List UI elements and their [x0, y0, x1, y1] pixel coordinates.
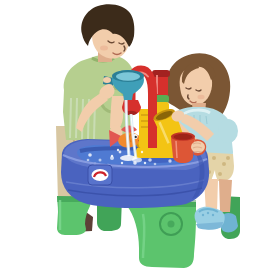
table-leg-right-highlight [143, 214, 144, 258]
table-leg-front-right [126, 200, 196, 268]
water-table-scene [0, 0, 280, 280]
boy-finger-2 [105, 84, 113, 90]
boy-cheek [100, 46, 108, 51]
girl-leg-back [219, 179, 232, 212]
screenshot-product-photo [0, 0, 280, 280]
funnel-inside [116, 72, 140, 80]
table-leg-emboss-dot [168, 221, 175, 228]
boy-finger-1 [103, 77, 111, 83]
girl-cheek [198, 95, 205, 99]
girl-sleeve-right [218, 119, 238, 143]
pump-plunger-cap [152, 70, 170, 77]
splash-2 [132, 158, 142, 163]
